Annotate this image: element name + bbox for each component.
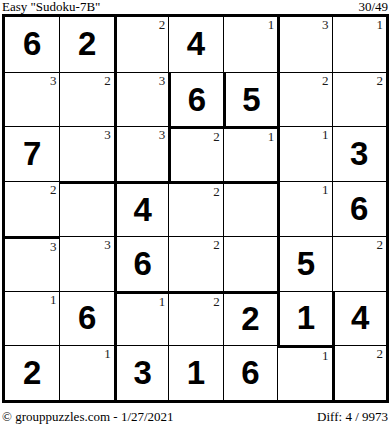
- candidate-hint: 2: [376, 346, 383, 361]
- cell-r6c3[interactable]: 1: [114, 291, 168, 346]
- given-digit: 2: [60, 17, 113, 72]
- given-digit: 4: [117, 184, 168, 236]
- difficulty-text: Diff: 4 / 9973: [317, 410, 388, 424]
- cell-r3c3[interactable]: 3: [114, 126, 168, 181]
- given-digit: 6: [117, 237, 168, 291]
- candidate-hint: 1: [268, 17, 275, 32]
- cell-r7c7[interactable]: 2: [332, 345, 386, 400]
- candidate-hint: 3: [322, 17, 329, 32]
- cell-r2c5[interactable]: 5: [223, 72, 277, 127]
- cell-r6c7[interactable]: 4: [332, 291, 386, 346]
- candidate-hint: 1: [50, 292, 57, 307]
- candidate-hint: 1: [322, 182, 329, 197]
- given-digit: 6: [60, 292, 113, 346]
- cell-r1c2[interactable]: 2: [59, 17, 113, 72]
- candidate-hint: 1: [322, 348, 329, 363]
- cell-r3c7[interactable]: 3: [332, 126, 386, 181]
- cell-r1c7[interactable]: 1: [332, 17, 386, 72]
- given-digit: 3: [117, 346, 168, 400]
- given-digit: 5: [280, 237, 331, 291]
- cell-r3c4[interactable]: 2: [168, 126, 222, 181]
- candidate-hint: 2: [376, 237, 383, 252]
- cell-r7c4[interactable]: 1: [168, 345, 222, 400]
- candidate-hint: 3: [104, 237, 111, 252]
- cell-r5c1[interactable]: 3: [5, 236, 59, 291]
- candidate-hint: 3: [50, 73, 57, 88]
- candidate-hint: 2: [322, 73, 329, 88]
- candidate-hint: 2: [50, 182, 57, 197]
- candidate-hint: 1: [159, 294, 166, 309]
- progress-counter: 30/49: [358, 0, 388, 13]
- cell-r7c3[interactable]: 3: [114, 345, 168, 400]
- cell-r5c5[interactable]: [223, 236, 277, 291]
- cell-r7c2[interactable]: 1: [59, 345, 113, 400]
- candidate-hint: 2: [213, 129, 220, 144]
- candidate-hint: 3: [159, 127, 166, 142]
- copyright-text: © grouppuzzles.com - 1/27/2021: [2, 410, 174, 424]
- given-digit: 4: [335, 292, 386, 346]
- cell-r4c3[interactable]: 4: [114, 181, 168, 236]
- given-digit: 2: [224, 294, 277, 346]
- candidate-hint: 1: [376, 17, 383, 32]
- candidate-hint: 2: [213, 184, 220, 199]
- cell-r4c6[interactable]: 1: [277, 181, 331, 236]
- page-title: Easy "Sudoku-7B": [2, 0, 100, 13]
- given-digit: 1: [280, 292, 331, 346]
- candidate-hint: 3: [104, 127, 111, 142]
- cell-r6c6[interactable]: 1: [277, 291, 331, 346]
- cell-r5c7[interactable]: 2: [332, 236, 386, 291]
- cell-r4c1[interactable]: 2: [5, 181, 59, 236]
- given-digit: 1: [169, 346, 222, 400]
- cell-r3c1[interactable]: 7: [5, 126, 59, 181]
- given-digit: 3: [333, 127, 386, 181]
- cell-r4c7[interactable]: 6: [332, 181, 386, 236]
- candidate-hint: 2: [213, 237, 220, 252]
- cell-r1c1[interactable]: 6: [5, 17, 59, 72]
- candidate-hint: 2: [213, 294, 220, 309]
- sudoku-board: 6224131323652273321132421633625216122142…: [2, 14, 389, 403]
- candidate-hint: 2: [159, 17, 166, 32]
- given-digit: 5: [226, 73, 277, 127]
- cell-r4c5[interactable]: [223, 181, 277, 236]
- given-digit: 6: [333, 182, 386, 236]
- candidate-hint: 1: [268, 129, 275, 144]
- cell-r4c4[interactable]: 2: [168, 181, 222, 236]
- cell-r6c2[interactable]: 6: [59, 291, 113, 346]
- cell-r5c4[interactable]: 2: [168, 236, 222, 291]
- cell-r6c5[interactable]: 2: [223, 291, 277, 346]
- cell-r4c2[interactable]: [59, 181, 113, 236]
- cell-r1c6[interactable]: 3: [277, 17, 331, 72]
- candidate-hint: 2: [376, 73, 383, 88]
- cell-r2c2[interactable]: 2: [59, 72, 113, 127]
- header: Easy "Sudoku-7B" 30/49: [0, 0, 391, 14]
- cell-r2c1[interactable]: 3: [5, 72, 59, 127]
- given-digit: 6: [171, 73, 222, 127]
- cell-r2c7[interactable]: 2: [332, 72, 386, 127]
- cell-r1c3[interactable]: 2: [114, 17, 168, 72]
- cell-r3c6[interactable]: 1: [277, 126, 331, 181]
- given-digit: 6: [5, 17, 59, 72]
- cell-r5c6[interactable]: 5: [277, 236, 331, 291]
- cell-r1c5[interactable]: 1: [223, 17, 277, 72]
- candidate-hint: 1: [322, 127, 329, 142]
- cell-r7c6[interactable]: 1: [277, 345, 331, 400]
- candidate-hint: 3: [50, 239, 57, 254]
- cell-r2c3[interactable]: 3: [114, 72, 168, 127]
- cell-r1c4[interactable]: 4: [168, 17, 222, 72]
- candidate-hint: 3: [159, 73, 166, 88]
- given-digit: 2: [5, 346, 59, 400]
- given-digit: 7: [5, 127, 59, 181]
- given-digit: 6: [224, 346, 277, 400]
- cell-r2c4[interactable]: 6: [168, 72, 222, 127]
- cell-r7c5[interactable]: 6: [223, 345, 277, 400]
- cell-r7c1[interactable]: 2: [5, 345, 59, 400]
- given-digit: 4: [169, 17, 222, 72]
- cell-r3c2[interactable]: 3: [59, 126, 113, 181]
- footer: © grouppuzzles.com - 1/27/2021 Diff: 4 /…: [0, 410, 391, 424]
- cell-r6c1[interactable]: 1: [5, 291, 59, 346]
- cell-r3c5[interactable]: 1: [223, 126, 277, 181]
- cell-r5c3[interactable]: 6: [114, 236, 168, 291]
- cell-r6c4[interactable]: 2: [168, 291, 222, 346]
- candidate-hint: 2: [104, 73, 111, 88]
- candidate-hint: 1: [104, 346, 111, 361]
- cell-r2c6[interactable]: 2: [277, 72, 331, 127]
- cell-r5c2[interactable]: 3: [59, 236, 113, 291]
